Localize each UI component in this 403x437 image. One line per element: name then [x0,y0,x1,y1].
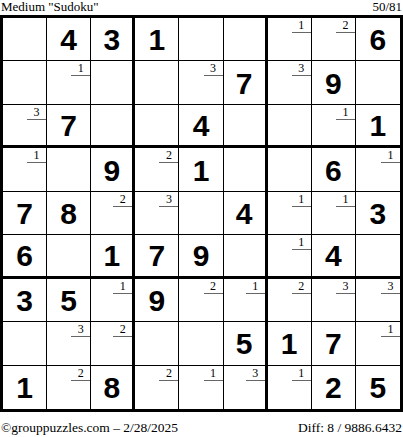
cell-r5c6[interactable]: 4 [224,192,268,235]
cell-value: 6 [16,239,33,271]
corner-mark: 2 [159,366,178,381]
cell-r4c5[interactable]: 1 [179,148,223,191]
cell-r3c5[interactable]: 4 [179,105,223,148]
cell-r6c8[interactable]: 4 [312,235,356,278]
cell-r3c6[interactable] [224,105,268,148]
cell-value: 9 [193,239,210,271]
cell-r3c4[interactable] [135,105,179,148]
cell-r2c4[interactable] [135,61,179,104]
cell-r9c8[interactable]: 2 [312,366,356,409]
corner-mark: 1 [292,366,311,381]
cell-r8c3[interactable]: 2 [91,322,135,365]
cell-r4c1[interactable]: 1 [3,148,47,191]
cell-value: 7 [236,67,253,99]
cell-value: 8 [103,371,120,403]
cell-r9c9[interactable]: 5 [356,366,400,409]
cell-r1c2[interactable]: 4 [47,18,91,61]
cell-value: 1 [149,23,166,55]
cell-r7c6[interactable]: 1 [224,279,268,322]
cell-value: 1 [281,327,298,359]
cell-r1c4[interactable]: 1 [135,18,179,61]
cell-r1c8[interactable]: 2 [312,18,356,61]
cell-r7c8[interactable]: 3 [312,279,356,322]
cell-r6c1[interactable]: 6 [3,235,47,278]
corner-mark: 3 [246,366,265,381]
cell-value: 5 [60,284,77,316]
corner-mark: 2 [71,366,90,381]
cell-r6c5[interactable]: 9 [179,235,223,278]
cell-value: 1 [16,371,33,403]
cell-r8c1[interactable] [3,322,47,365]
cell-value: 1 [193,154,210,186]
cell-r5c9[interactable]: 3 [356,192,400,235]
cell-r9c3[interactable]: 8 [91,366,135,409]
cell-value: 4 [60,23,77,55]
corner-mark: 2 [336,18,355,33]
corner-mark: 1 [27,148,46,163]
cell-r3c3[interactable] [91,105,135,148]
cell-r7c5[interactable]: 2 [179,279,223,322]
cell-r1c6[interactable] [224,18,268,61]
cell-r2c9[interactable] [356,61,400,104]
cell-r2c3[interactable] [91,61,135,104]
cell-r8c5[interactable] [179,322,223,365]
cell-r8c2[interactable]: 3 [47,322,91,365]
cell-value: 9 [149,284,166,316]
page-title: Medium "Sudoku" [1,0,99,14]
cell-r4c6[interactable] [224,148,268,191]
cell-r2c8[interactable]: 9 [312,61,356,104]
cell-r6c3[interactable]: 1 [91,235,135,278]
cell-r5c2[interactable]: 8 [47,192,91,235]
corner-mark: 2 [292,279,311,294]
cell-value: 1 [370,109,387,141]
cell-r9c7[interactable]: 1 [268,366,312,409]
cell-r1c5[interactable] [179,18,223,61]
remaining-counter: 50/81 [372,0,402,14]
header: Medium "Sudoku" 50/81 [0,0,403,15]
cell-r5c4[interactable]: 3 [135,192,179,235]
cell-value: 3 [103,23,120,55]
cell-value: 4 [236,197,253,229]
cell-r7c9[interactable]: 3 [356,279,400,322]
difficulty-rating: Diff: 8 / 9886.6432 [298,420,402,436]
cell-r5c1[interactable]: 7 [3,192,47,235]
cell-r9c6[interactable]: 3 [224,366,268,409]
cell-value: 3 [16,284,33,316]
cell-value: 5 [236,327,253,359]
corner-mark: 1 [336,192,355,207]
cell-value: 3 [370,197,387,229]
sudoku-page: Medium "Sudoku" 50/81 431126137393741119… [0,0,403,437]
cell-value: 8 [60,197,77,229]
corner-mark: 1 [204,366,223,381]
corner-mark: 1 [292,235,311,250]
cell-r8c8[interactable]: 7 [312,322,356,365]
corner-mark: 3 [292,61,311,76]
corner-mark: 1 [381,322,400,337]
corner-mark: 3 [336,279,355,294]
cell-r3c8[interactable]: 1 [312,105,356,148]
cell-value: 6 [370,23,387,55]
corner-mark: 2 [159,148,178,163]
cell-value: 7 [16,197,33,229]
corner-mark: 3 [381,279,400,294]
cell-r7c1[interactable]: 3 [3,279,47,322]
cell-r7c7[interactable]: 2 [268,279,312,322]
cell-r7c2[interactable]: 5 [47,279,91,322]
cell-r3c1[interactable]: 3 [3,105,47,148]
corner-mark: 3 [204,61,223,76]
copyright-date: ©grouppuzzles.com – 2/28/2025 [1,420,178,436]
cell-value: 7 [60,109,77,141]
cell-r1c7[interactable]: 1 [268,18,312,61]
cell-value: 6 [325,154,342,186]
corner-mark: 1 [292,192,311,207]
cell-r4c3[interactable]: 9 [91,148,135,191]
cell-value: 2 [325,371,342,403]
cell-r4c4[interactable]: 2 [135,148,179,191]
corner-mark: 2 [204,279,223,294]
cell-r9c2[interactable]: 2 [47,366,91,409]
cell-r8c9[interactable]: 1 [356,322,400,365]
corner-mark: 2 [113,322,132,337]
sudoku-board: 4311261373937411192161782341136179143519… [0,15,403,412]
cell-r5c3[interactable]: 2 [91,192,135,235]
cell-r5c5[interactable] [179,192,223,235]
corner-mark: 1 [113,279,132,294]
cell-value: 1 [103,239,120,271]
corner-mark: 1 [71,61,90,76]
corner-mark: 1 [381,148,400,163]
cell-value: 4 [325,239,342,271]
cell-r2c6[interactable]: 7 [224,61,268,104]
cell-r1c9[interactable]: 6 [356,18,400,61]
cell-value: 9 [103,154,120,186]
cell-r6c9[interactable] [356,235,400,278]
cell-r2c2[interactable]: 1 [47,61,91,104]
corner-mark: 3 [27,105,46,120]
corner-mark: 3 [159,192,178,207]
cell-r6c2[interactable] [47,235,91,278]
cell-r6c7[interactable]: 1 [268,235,312,278]
corner-mark: 1 [292,18,311,33]
cell-r4c9[interactable]: 1 [356,148,400,191]
cell-r8c6[interactable]: 5 [224,322,268,365]
cell-r5c7[interactable]: 1 [268,192,312,235]
corner-mark: 2 [113,192,132,207]
corner-mark: 1 [246,279,265,294]
cell-r1c3[interactable]: 3 [91,18,135,61]
cell-r2c5[interactable]: 3 [179,61,223,104]
cell-value: 5 [370,371,387,403]
cell-r2c7[interactable]: 3 [268,61,312,104]
corner-mark: 3 [71,322,90,337]
footer: ©grouppuzzles.com – 2/28/2025 Diff: 8 / … [0,420,403,436]
cell-r4c8[interactable]: 6 [312,148,356,191]
cell-value: 9 [325,67,342,99]
cell-r6c4[interactable]: 7 [135,235,179,278]
cell-value: 4 [193,109,210,141]
cell-r9c5[interactable]: 1 [179,366,223,409]
cell-value: 7 [325,327,342,359]
cell-value: 7 [149,239,166,271]
cell-r6c6[interactable] [224,235,268,278]
cell-r1c1[interactable] [3,18,47,61]
cell-r2c1[interactable] [3,61,47,104]
cell-r9c4[interactable]: 2 [135,366,179,409]
cell-r8c7[interactable]: 1 [268,322,312,365]
cell-r4c7[interactable] [268,148,312,191]
cell-r7c4[interactable]: 9 [135,279,179,322]
cell-r3c7[interactable] [268,105,312,148]
corner-mark: 1 [336,105,355,120]
cell-r5c8[interactable]: 1 [312,192,356,235]
cell-r3c2[interactable]: 7 [47,105,91,148]
cell-r3c9[interactable]: 1 [356,105,400,148]
cell-r8c4[interactable] [135,322,179,365]
cell-r9c1[interactable]: 1 [3,366,47,409]
cell-r4c2[interactable] [47,148,91,191]
cell-r7c3[interactable]: 1 [91,279,135,322]
